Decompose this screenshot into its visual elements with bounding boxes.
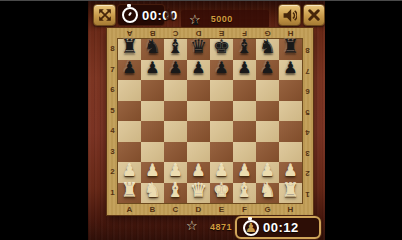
rank-label-3: 3: [107, 142, 118, 163]
square-g5[interactable]: [256, 101, 279, 122]
rank-label-1: 1: [302, 183, 313, 204]
player-timer: 00:12: [263, 220, 299, 235]
piece-black-queen[interactable]: ♛: [190, 37, 207, 56]
rank-label-7: 7: [107, 60, 118, 81]
chess-board: ABCDEFGH ABCDEFGH 87654321 87654321 ♜♞♝♛…: [107, 28, 313, 215]
piece-black-pawn[interactable]: ♟: [191, 60, 205, 76]
piece-black-pawn[interactable]: ♟: [214, 60, 228, 76]
rank-label-6: 6: [107, 80, 118, 101]
piece-white-bishop[interactable]: ♝: [167, 181, 184, 200]
piece-white-pawn[interactable]: ♟: [145, 163, 159, 179]
square-f5[interactable]: [233, 101, 256, 122]
rank-label-8: 8: [107, 39, 118, 60]
square-a3[interactable]: [118, 142, 141, 163]
file-label-e: E: [210, 204, 233, 215]
piece-white-knight[interactable]: ♞: [144, 181, 161, 200]
close-button[interactable]: [303, 4, 325, 26]
piece-black-king[interactable]: ♚: [213, 37, 230, 56]
piece-white-rook[interactable]: ♜: [121, 181, 138, 200]
piece-white-pawn[interactable]: ♟: [214, 163, 228, 179]
piece-white-rook[interactable]: ♜: [282, 181, 299, 200]
piece-white-knight[interactable]: ♞: [259, 181, 276, 200]
file-label-d: D: [187, 204, 210, 215]
file-label-b: B: [141, 204, 164, 215]
square-a4[interactable]: [118, 121, 141, 142]
square-a7[interactable]: ♟: [118, 60, 141, 81]
piece-white-king[interactable]: ♚: [213, 181, 230, 200]
square-d4[interactable]: [187, 121, 210, 142]
board-squares: ♜♞♝♛♚♝♞♜♟♟♟♟♟♟♟♟♟♟♟♟♟♟♟♟♜♞♝♛♚♝♞♜: [118, 39, 302, 203]
close-x-icon: [308, 9, 320, 21]
rank-label-6: 6: [302, 80, 313, 101]
file-label-c: C: [164, 204, 187, 215]
piece-black-pawn[interactable]: ♟: [237, 60, 251, 76]
square-a8[interactable]: ♜: [118, 39, 141, 60]
square-c4[interactable]: [164, 121, 187, 142]
sound-button[interactable]: [278, 4, 301, 26]
square-f7[interactable]: ♟: [233, 60, 256, 81]
square-e8[interactable]: ♚: [210, 39, 233, 60]
piece-white-pawn[interactable]: ♟: [122, 163, 136, 179]
piece-black-pawn[interactable]: ♟: [145, 60, 159, 76]
square-c6[interactable]: [164, 80, 187, 101]
square-b8[interactable]: ♞: [141, 39, 164, 60]
square-c8[interactable]: ♝: [164, 39, 187, 60]
square-c5[interactable]: [164, 101, 187, 122]
square-d1[interactable]: ♛: [187, 183, 210, 204]
rank-label-3: 3: [302, 142, 313, 163]
piece-white-pawn[interactable]: ♟: [191, 163, 205, 179]
star-icon: ☆: [186, 219, 198, 232]
square-c3[interactable]: [164, 142, 187, 163]
opponent-timer: 00:00: [142, 8, 178, 23]
piece-white-pawn[interactable]: ♟: [260, 163, 274, 179]
square-c1[interactable]: ♝: [164, 183, 187, 204]
piece-black-pawn[interactable]: ♟: [283, 60, 297, 76]
piece-white-bishop[interactable]: ♝: [236, 181, 253, 200]
square-g3[interactable]: [256, 142, 279, 163]
square-h4[interactable]: [279, 121, 302, 142]
star-icon: ☆♟: [189, 13, 201, 26]
stage: 00:00 ♞ ☆♟ 5000 ABCDEFGH A: [0, 0, 402, 240]
fullscreen-button[interactable]: [93, 4, 116, 26]
square-e1[interactable]: ♚: [210, 183, 233, 204]
black-pawn-icon: ♟: [192, 16, 199, 29]
square-b3[interactable]: [141, 142, 164, 163]
square-g6[interactable]: [256, 80, 279, 101]
square-b5[interactable]: [141, 101, 164, 122]
square-h8[interactable]: ♜: [279, 39, 302, 60]
square-d3[interactable]: [187, 142, 210, 163]
rank-label-4: 4: [302, 121, 313, 142]
piece-black-knight[interactable]: ♞: [144, 37, 161, 56]
square-g1[interactable]: ♞: [256, 183, 279, 204]
player-score: 4871: [210, 222, 232, 232]
square-b1[interactable]: ♞: [141, 183, 164, 204]
square-b7[interactable]: ♟: [141, 60, 164, 81]
piece-black-bishop[interactable]: ♝: [167, 37, 184, 56]
square-a5[interactable]: [118, 101, 141, 122]
square-g4[interactable]: [256, 121, 279, 142]
stopwatch-icon: [243, 220, 259, 236]
piece-white-pawn[interactable]: ♟: [237, 163, 251, 179]
player-timer-panel: 00:12 ♟: [235, 216, 321, 239]
square-h3[interactable]: [279, 142, 302, 163]
square-f3[interactable]: [233, 142, 256, 163]
expand-arrows-icon: [98, 8, 112, 22]
file-label-g: G: [256, 204, 279, 215]
square-d6[interactable]: [187, 80, 210, 101]
square-g8[interactable]: ♞: [256, 39, 279, 60]
piece-black-rook[interactable]: ♜: [282, 37, 299, 56]
rank-label-7: 7: [302, 60, 313, 81]
rank-label-5: 5: [302, 101, 313, 122]
opponent-score: 5000: [211, 14, 233, 24]
square-a6[interactable]: [118, 80, 141, 101]
file-label-h: H: [279, 204, 302, 215]
speaker-icon: [283, 9, 297, 22]
square-f1[interactable]: ♝: [233, 183, 256, 204]
square-f4[interactable]: [233, 121, 256, 142]
rank-label-8: 8: [302, 39, 313, 60]
piece-white-queen[interactable]: ♛: [190, 181, 207, 200]
piece-black-pawn[interactable]: ♟: [122, 60, 136, 76]
square-b6[interactable]: [141, 80, 164, 101]
piece-black-pawn[interactable]: ♟: [168, 60, 182, 76]
rank-label-2: 2: [107, 162, 118, 183]
square-h5[interactable]: [279, 101, 302, 122]
rank-label-2: 2: [302, 162, 313, 183]
square-h6[interactable]: [279, 80, 302, 101]
rank-label-5: 5: [107, 101, 118, 122]
square-e7[interactable]: ♟: [210, 60, 233, 81]
piece-black-bishop[interactable]: ♝: [236, 37, 253, 56]
file-label-f: F: [233, 204, 256, 215]
square-e5[interactable]: [210, 101, 233, 122]
piece-white-pawn[interactable]: ♟: [168, 163, 182, 179]
square-e6[interactable]: [210, 80, 233, 101]
stopwatch-icon: [122, 7, 138, 23]
square-e3[interactable]: [210, 142, 233, 163]
square-c7[interactable]: ♟: [164, 60, 187, 81]
square-f6[interactable]: [233, 80, 256, 101]
square-b4[interactable]: [141, 121, 164, 142]
square-f8[interactable]: ♝: [233, 39, 256, 60]
square-h1[interactable]: ♜: [279, 183, 302, 204]
piece-white-pawn[interactable]: ♟: [283, 163, 297, 179]
square-d8[interactable]: ♛: [187, 39, 210, 60]
piece-black-pawn[interactable]: ♟: [260, 60, 274, 76]
game-area: 00:00 ♞ ☆♟ 5000 ABCDEFGH A: [88, 1, 325, 240]
square-e4[interactable]: [210, 121, 233, 142]
square-h7[interactable]: ♟: [279, 60, 302, 81]
score-strip: ☆♟ 5000: [181, 10, 269, 28]
opponent-timer-panel: 00:00: [117, 4, 165, 26]
square-a1[interactable]: ♜: [118, 183, 141, 204]
square-d5[interactable]: [187, 101, 210, 122]
file-label-a: A: [118, 204, 141, 215]
rank-label-4: 4: [107, 121, 118, 142]
rank-label-1: 1: [107, 183, 118, 204]
square-d7[interactable]: ♟: [187, 60, 210, 81]
piece-black-knight[interactable]: ♞: [259, 37, 276, 56]
square-g7[interactable]: ♟: [256, 60, 279, 81]
piece-black-rook[interactable]: ♜: [121, 37, 138, 56]
